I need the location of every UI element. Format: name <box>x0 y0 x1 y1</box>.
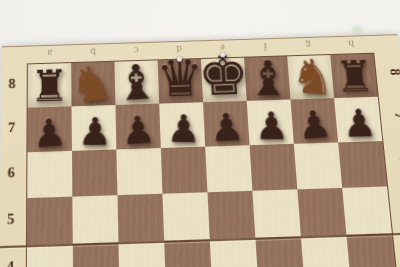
square-b7[interactable]: ♟ <box>72 105 117 151</box>
square-f6[interactable] <box>250 144 298 191</box>
square-c8[interactable]: ♝ <box>114 60 159 105</box>
black-pawn-g7[interactable]: ♟ <box>295 107 334 145</box>
chess-board: abcdefgh ♜♞♝♛♚♝♞♜♟♟♟♟♟♟♟♟ 876548765 <box>0 34 400 267</box>
square-d8[interactable]: ♛ <box>158 59 203 104</box>
black-pawn-b7[interactable]: ♟ <box>77 115 112 150</box>
black-bishop-c8[interactable]: ♝ <box>113 59 159 106</box>
white-painted-tip <box>177 57 182 62</box>
square-a6[interactable] <box>27 151 72 198</box>
square-h6[interactable] <box>338 141 387 188</box>
square-c6[interactable] <box>116 148 162 195</box>
square-d7[interactable]: ♟ <box>159 102 205 148</box>
square-b4[interactable] <box>73 242 120 267</box>
black-pawn-a7[interactable]: ♟ <box>31 115 67 153</box>
black-bishop-f8[interactable]: ♝ <box>245 56 290 100</box>
square-h8[interactable]: ♜ <box>330 54 378 98</box>
black-king-e8[interactable]: ♚ <box>197 49 251 102</box>
square-e4[interactable] <box>210 238 259 267</box>
square-f4[interactable] <box>255 236 304 267</box>
square-d5[interactable] <box>162 192 209 240</box>
square-e8[interactable]: ♚ <box>201 58 247 103</box>
square-d4[interactable] <box>164 239 212 267</box>
black-pawn-f7[interactable]: ♟ <box>253 109 288 144</box>
black-pawn-d7[interactable]: ♟ <box>166 112 200 148</box>
square-a5[interactable] <box>27 197 73 246</box>
square-g5[interactable] <box>297 188 346 236</box>
square-f8[interactable]: ♝ <box>244 56 290 101</box>
black-knight-g8[interactable]: ♞ <box>290 53 335 100</box>
square-a7[interactable]: ♟ <box>27 106 71 152</box>
photo-stage: abcdefgh ♜♞♝♛♚♝♞♜♟♟♟♟♟♟♟♟ 876548765 <box>0 0 400 267</box>
file-label-a: a <box>47 48 52 59</box>
square-f7[interactable]: ♟ <box>247 99 294 145</box>
rank-label-right-7: 7 <box>391 112 400 120</box>
square-h4[interactable] <box>346 233 396 267</box>
square-e6[interactable] <box>205 145 252 192</box>
black-pawn-e7[interactable]: ♟ <box>208 110 245 147</box>
square-e5[interactable] <box>207 191 255 239</box>
black-rook-a8[interactable]: ♜ <box>30 67 69 108</box>
square-g4[interactable] <box>301 235 351 267</box>
black-rook-h8[interactable]: ♜ <box>333 57 375 97</box>
square-a8[interactable]: ♜ <box>28 63 72 108</box>
white-painted-tip <box>220 53 225 58</box>
square-f5[interactable] <box>252 189 300 237</box>
square-c7[interactable]: ♟ <box>115 104 160 150</box>
square-b8[interactable]: ♞ <box>71 62 115 107</box>
square-b6[interactable] <box>72 149 117 196</box>
black-knight-b8[interactable]: ♞ <box>67 59 116 109</box>
square-e7[interactable]: ♟ <box>203 101 250 147</box>
rank-label-left-4: 4 <box>6 259 14 267</box>
square-h7[interactable]: ♟ <box>334 97 382 143</box>
black-pawn-c7[interactable]: ♟ <box>120 112 156 150</box>
square-d6[interactable] <box>161 147 208 194</box>
square-h5[interactable] <box>342 186 392 234</box>
square-g8[interactable]: ♞ <box>287 55 334 99</box>
black-pawn-h7[interactable]: ♟ <box>340 106 377 142</box>
rank-label-left-7: 7 <box>8 121 15 136</box>
file-label-h: h <box>348 39 355 50</box>
rank-label-right-6: 6 <box>396 156 400 164</box>
rank-label-right-8: 8 <box>386 68 400 75</box>
rank-label-left-6: 6 <box>7 165 14 180</box>
rank-label-left-8: 8 <box>8 77 15 91</box>
square-b5[interactable] <box>72 195 118 243</box>
square-g6[interactable] <box>294 142 342 189</box>
square-c5[interactable] <box>117 194 164 242</box>
background-smudge <box>352 26 362 33</box>
square-c4[interactable] <box>118 241 165 267</box>
rank-label-left-5: 5 <box>7 212 15 227</box>
